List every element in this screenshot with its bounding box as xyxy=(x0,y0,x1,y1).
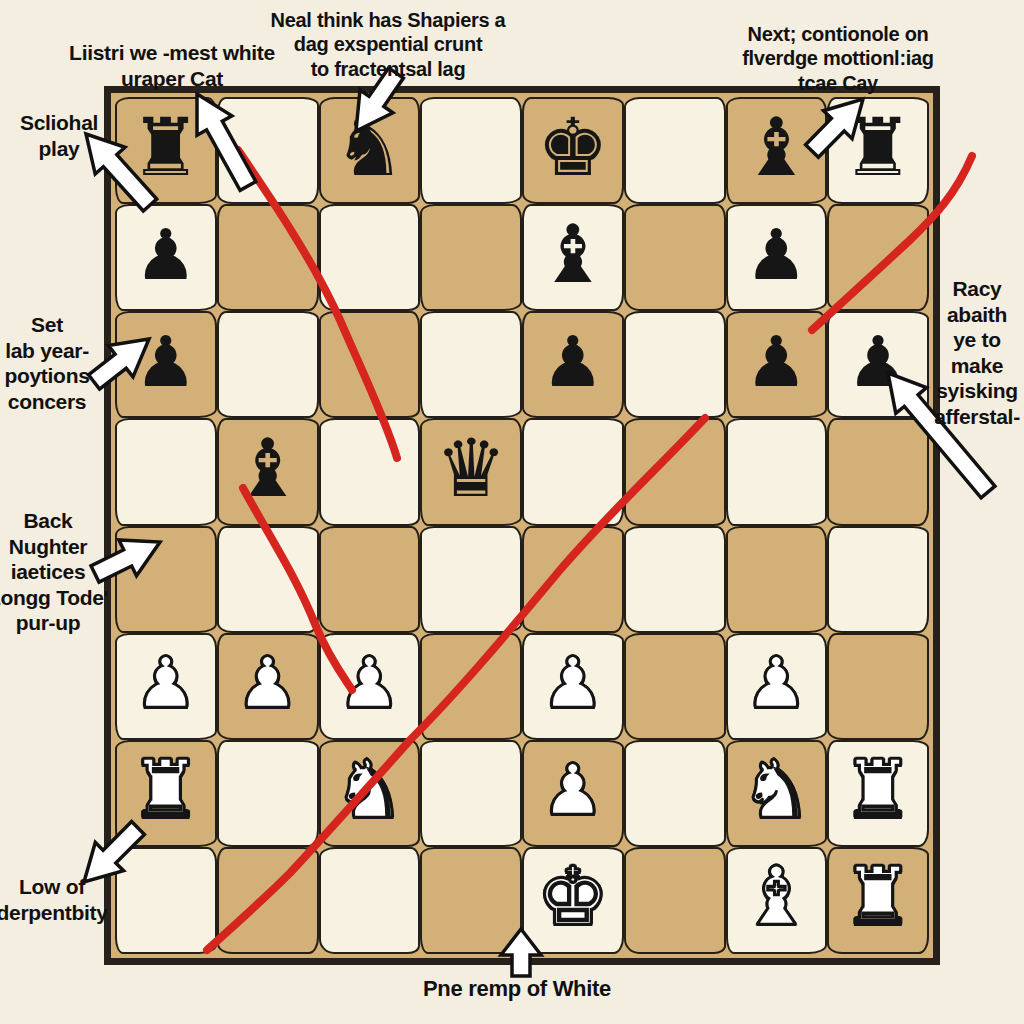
square-d3 xyxy=(420,633,522,740)
square-a4 xyxy=(115,526,217,633)
square-h4 xyxy=(827,526,929,633)
top-right-caption-line: tcae Cay xyxy=(728,71,948,95)
square-a8: ♜ xyxy=(115,97,217,204)
left-caption-2: Setlab year-poytionsconcers xyxy=(0,312,98,414)
square-e6: ♟ xyxy=(522,311,624,418)
square-b1 xyxy=(217,847,319,954)
square-f3 xyxy=(624,633,726,740)
square-c1 xyxy=(319,847,421,954)
chess-board: ♜♞♚♝♜♟♝♟♟♟♟♟♝♛♟♟♟♟♟♜♞♟♞♜♚♝♜ xyxy=(104,86,940,965)
square-g3: ♟ xyxy=(726,633,828,740)
square-e1: ♚ xyxy=(522,847,624,954)
top-right-caption-line: Next; contionole on xyxy=(728,22,948,46)
right-caption-1-line: afferstal- xyxy=(928,404,1024,430)
square-g1: ♝ xyxy=(726,847,828,954)
white-pawn-c3: ♟ xyxy=(338,648,401,718)
left-caption-3-line: pur-up xyxy=(0,610,108,636)
square-g2: ♞ xyxy=(726,740,828,847)
square-e5 xyxy=(522,418,624,525)
black-pawn-e6: ♟ xyxy=(541,327,604,397)
square-b5: ♝ xyxy=(217,418,319,525)
white-pawn-g3: ♟ xyxy=(745,648,808,718)
bottom-caption: Pne remp of White xyxy=(392,976,642,1003)
top-middle-caption: Neal think has Shapiers adag exspential … xyxy=(268,8,508,81)
black-bishop-b5: ♝ xyxy=(232,429,304,509)
left-caption-1: Scliohalplay xyxy=(8,110,110,161)
square-f8 xyxy=(624,97,726,204)
left-caption-3: BackNughteriaeticesLongg Tode'pur-up xyxy=(0,508,108,636)
square-d8 xyxy=(420,97,522,204)
square-b8 xyxy=(217,97,319,204)
top-left-caption: Liistri we -mest whiteuraper Cat xyxy=(62,40,282,91)
square-a5 xyxy=(115,418,217,525)
black-pawn-g6: ♟ xyxy=(745,327,808,397)
square-f2 xyxy=(624,740,726,847)
square-h7 xyxy=(827,204,929,311)
left-caption-4-line: Low of xyxy=(0,874,118,900)
black-pawn-a6: ♟ xyxy=(134,327,197,397)
black-rook-h8: ♜ xyxy=(842,108,914,188)
square-h8: ♜ xyxy=(827,97,929,204)
square-g8: ♝ xyxy=(726,97,828,204)
square-f6 xyxy=(624,311,726,418)
chess-board-grid: ♜♞♚♝♜♟♝♟♟♟♟♟♝♛♟♟♟♟♟♜♞♟♞♜♚♝♜ xyxy=(115,97,929,954)
top-middle-caption-line: to fractentsal lag xyxy=(268,57,508,81)
square-c2: ♞ xyxy=(319,740,421,847)
square-a7: ♟ xyxy=(115,204,217,311)
square-e8: ♚ xyxy=(522,97,624,204)
top-left-caption-line: Liistri we -mest white xyxy=(62,40,282,66)
square-g5 xyxy=(726,418,828,525)
square-e4 xyxy=(522,526,624,633)
black-pawn-g7: ♟ xyxy=(745,220,808,290)
left-caption-2-line: lab year- xyxy=(0,338,98,364)
square-h2: ♜ xyxy=(827,740,929,847)
top-right-caption: Next; contionole onflverdge mottionl:iag… xyxy=(728,22,948,95)
white-rook-a2: ♜ xyxy=(130,750,202,830)
square-g7: ♟ xyxy=(726,204,828,311)
square-a3: ♟ xyxy=(115,633,217,740)
left-caption-3-line: Nughter xyxy=(0,534,108,560)
white-knight-g2: ♞ xyxy=(741,750,813,830)
square-c7 xyxy=(319,204,421,311)
right-caption-1-line: syisking xyxy=(928,378,1024,404)
square-c8: ♞ xyxy=(319,97,421,204)
square-e2: ♟ xyxy=(522,740,624,847)
black-bishop-e7: ♝ xyxy=(537,215,609,295)
square-h1: ♜ xyxy=(827,847,929,954)
square-d5: ♛ xyxy=(420,418,522,525)
top-right-caption-line: flverdge mottionl:iag xyxy=(728,46,948,70)
square-f5 xyxy=(624,418,726,525)
square-c4 xyxy=(319,526,421,633)
square-c5 xyxy=(319,418,421,525)
black-pawn-a7: ♟ xyxy=(134,220,197,290)
square-d2 xyxy=(420,740,522,847)
black-rook-a8: ♜ xyxy=(130,108,202,188)
square-a1 xyxy=(115,847,217,954)
white-pawn-e3: ♟ xyxy=(541,648,604,718)
square-h6: ♟ xyxy=(827,311,929,418)
square-e7: ♝ xyxy=(522,204,624,311)
square-d6 xyxy=(420,311,522,418)
right-caption-1: Racyabaithye tomakesyiskingafferstal- xyxy=(928,276,1024,430)
square-b7 xyxy=(217,204,319,311)
left-caption-1-line: play xyxy=(8,136,110,162)
square-d4 xyxy=(420,526,522,633)
left-caption-2-line: Set xyxy=(0,312,98,338)
square-b4 xyxy=(217,526,319,633)
black-bishop-g8: ♝ xyxy=(741,108,813,188)
white-king-e1: ♚ xyxy=(537,857,609,937)
square-f7 xyxy=(624,204,726,311)
square-g6: ♟ xyxy=(726,311,828,418)
white-pawn-a3: ♟ xyxy=(134,648,197,718)
right-caption-1-line: abaith xyxy=(928,302,1024,328)
square-b3: ♟ xyxy=(217,633,319,740)
white-knight-c2: ♞ xyxy=(334,750,406,830)
right-caption-1-line: ye to xyxy=(928,327,1024,353)
left-caption-2-line: poytions xyxy=(0,363,98,389)
top-left-caption-line: uraper Cat xyxy=(62,66,282,92)
black-pawn-h6: ♟ xyxy=(847,327,910,397)
square-b2 xyxy=(217,740,319,847)
white-rook-h2: ♜ xyxy=(842,750,914,830)
black-king-e8: ♚ xyxy=(537,108,609,188)
left-caption-1-line: Scliohal xyxy=(8,110,110,136)
left-caption-3-line: Longg Tode' xyxy=(0,585,108,611)
square-a2: ♜ xyxy=(115,740,217,847)
right-caption-1-line: Racy xyxy=(928,276,1024,302)
square-c6 xyxy=(319,311,421,418)
white-bishop-g1: ♝ xyxy=(741,857,813,937)
square-c3: ♟ xyxy=(319,633,421,740)
square-f1 xyxy=(624,847,726,954)
square-e3: ♟ xyxy=(522,633,624,740)
black-knight-c8: ♞ xyxy=(334,108,406,188)
white-rook-h1: ♜ xyxy=(842,857,914,937)
left-caption-3-line: Back xyxy=(0,508,108,534)
white-pawn-e2: ♟ xyxy=(541,755,604,825)
top-middle-caption-line: Neal think has Shapiers a xyxy=(268,8,508,32)
square-b6 xyxy=(217,311,319,418)
square-a6: ♟ xyxy=(115,311,217,418)
left-caption-4: Low ofderpentbity xyxy=(0,874,118,925)
square-g4 xyxy=(726,526,828,633)
left-caption-3-line: iaetices xyxy=(0,559,108,585)
square-h3 xyxy=(827,633,929,740)
top-middle-caption-line: dag exspential crunt xyxy=(268,32,508,56)
left-caption-4-line: derpentbity xyxy=(0,900,118,926)
left-caption-2-line: concers xyxy=(0,389,98,415)
square-h5 xyxy=(827,418,929,525)
square-d1 xyxy=(420,847,522,954)
square-d7 xyxy=(420,204,522,311)
white-pawn-b3: ♟ xyxy=(236,648,299,718)
square-f4 xyxy=(624,526,726,633)
bottom-caption-line: Pne remp of White xyxy=(392,976,642,1003)
black-queen-d5: ♛ xyxy=(435,429,507,509)
right-caption-1-line: make xyxy=(928,353,1024,379)
